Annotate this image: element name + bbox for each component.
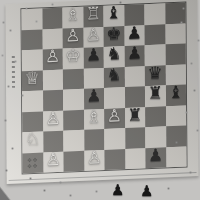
black-pawn-piece: ♟ [127,43,142,64]
square-r7c0: ✥✥✥✥ [22,152,43,173]
square-r1c6 [145,24,166,45]
square-r7c7 [166,146,187,167]
square-r6c5 [125,127,146,148]
square-r4c2 [63,89,84,110]
square-r2c1: ♙ [42,49,63,70]
white-pawn-piece: ♙ [86,24,101,45]
white-pawn-piece: ♙ [45,46,60,67]
black-knight-piece: ♞ [106,64,121,85]
white-queen-piece: ♕ [25,67,40,88]
square-r5c2 [63,109,84,130]
white-knight-piece: ♘ [25,129,40,150]
photo-background: ♗♖♝♙♙♚♟♙♔♟♞♟♕♞♛♟♜♝♙♗♙♜♘✥✥✥✥♙♙♟ ♟♟ [0,0,200,200]
square-r3c2 [63,68,84,89]
square-r3c4: ♞ [104,67,125,88]
black-pawn-piece: ♟ [127,22,142,43]
black-bishop-piece: ♝ [106,2,121,23]
black-pawn-piece: ♟ [148,144,163,165]
square-r6c2 [63,130,84,151]
black-rook-piece: ♜ [148,83,163,104]
square-r2c7 [165,43,186,64]
white-bishop-piece: ♗ [65,4,80,25]
film-grain-speckles [0,0,1,1]
square-r6c7 [166,126,187,147]
square-r4c0 [22,90,43,111]
square-r7c6: ♟ [145,147,166,168]
square-r5c4: ♙ [104,108,125,129]
captured-black-pawn: ♟ [140,182,153,200]
white-pawn-piece: ♙ [107,105,122,126]
square-r6c4 [104,128,125,149]
square-r5c1: ♙ [43,110,64,131]
square-r4c7: ♝ [165,84,186,105]
black-pawn-piece: ♟ [86,85,101,106]
chess-mat: ♗♖♝♙♙♚♟♙♔♟♞♟♕♞♛♟♜♝♙♗♙♜♘✥✥✥✥♙♙♟ [5,0,198,184]
black-bishop-piece: ♝ [168,82,183,103]
square-r2c5: ♟ [124,45,145,66]
black-rook-piece: ♜ [127,104,142,125]
black-knight-piece: ♞ [106,43,121,64]
black-pawn-piece: ♟ [86,44,101,65]
white-bishop-piece: ♗ [86,106,101,127]
chess-board: ♗♖♝♙♙♚♟♙♔♟♞♟♕♞♛♟♜♝♙♗♙♜♘✥✥✥✥♙♙♟ [20,1,187,174]
square-r0c1 [42,8,63,29]
square-r2c2: ♔ [63,48,84,69]
square-r7c4 [104,149,125,170]
white-pawn-piece: ♙ [65,25,80,46]
square-r1c0 [22,29,43,50]
square-r7c2 [63,150,84,171]
square-r0c6 [144,3,165,24]
black-queen-piece: ♛ [147,62,162,83]
black-king-piece: ♚ [106,23,121,44]
square-r5c3: ♗ [84,108,105,129]
square-r7c3: ♙ [84,149,105,170]
square-r1c7 [165,23,186,44]
square-r2c3: ♟ [83,47,104,68]
square-r3c0: ♕ [22,70,43,91]
white-pawn-piece: ♙ [45,108,60,129]
square-r7c1: ♙ [43,151,64,172]
square-r6c0: ♘ [22,132,43,153]
square-r0c0 [21,8,42,29]
white-king-piece: ♔ [65,45,80,66]
captured-black-pawn: ♟ [111,181,124,199]
square-r4c6: ♜ [145,85,166,106]
table-edge-shadow [0,180,28,200]
square-r0c7 [165,2,186,23]
square-r5c7 [166,105,187,126]
tilted-board-scene: ♗♖♝♙♙♚♟♙♔♟♞♟♕♞♛♟♜♝♙♗♙♜♘✥✥✥✥♙♙♟ [5,0,198,184]
board-logo-emblem: ✥✥✥✥ [27,156,39,169]
square-r3c5 [124,66,145,87]
white-pawn-piece: ♙ [46,149,61,170]
square-r7c5 [125,148,146,169]
square-r5c5: ♜ [125,107,146,128]
white-rook-piece: ♖ [86,3,101,24]
white-pawn-piece: ♙ [87,147,102,168]
margin-print [12,56,15,88]
square-r5c6 [145,106,166,127]
square-r3c1 [42,69,63,90]
